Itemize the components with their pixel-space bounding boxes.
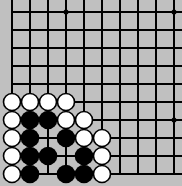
white-stone[interactable] — [4, 148, 21, 165]
black-stone[interactable] — [21, 129, 40, 148]
white-stone[interactable] — [76, 112, 93, 129]
black-stone[interactable] — [75, 147, 94, 166]
black-stone[interactable] — [39, 147, 58, 166]
white-stone[interactable] — [94, 166, 111, 183]
white-stone[interactable] — [58, 112, 75, 129]
white-stone[interactable] — [4, 130, 21, 147]
star-point — [172, 118, 177, 123]
go-problem-diagram — [0, 0, 182, 186]
star-point — [172, 10, 177, 15]
white-stone[interactable] — [40, 94, 57, 111]
black-stone[interactable] — [21, 111, 40, 130]
go-board[interactable] — [0, 0, 182, 186]
white-stone[interactable] — [58, 94, 75, 111]
white-stone[interactable] — [4, 166, 21, 183]
black-stone[interactable] — [21, 147, 40, 166]
black-stone[interactable] — [57, 165, 76, 184]
white-stone[interactable] — [94, 148, 111, 165]
white-stone[interactable] — [4, 94, 21, 111]
white-stone[interactable] — [4, 112, 21, 129]
black-stone[interactable] — [39, 111, 58, 130]
black-stone[interactable] — [57, 129, 76, 148]
white-stone[interactable] — [94, 130, 111, 147]
star-point — [64, 10, 69, 15]
black-stone[interactable] — [21, 165, 40, 184]
white-stone[interactable] — [76, 130, 93, 147]
black-stone[interactable] — [75, 165, 94, 184]
white-stone[interactable] — [22, 94, 39, 111]
